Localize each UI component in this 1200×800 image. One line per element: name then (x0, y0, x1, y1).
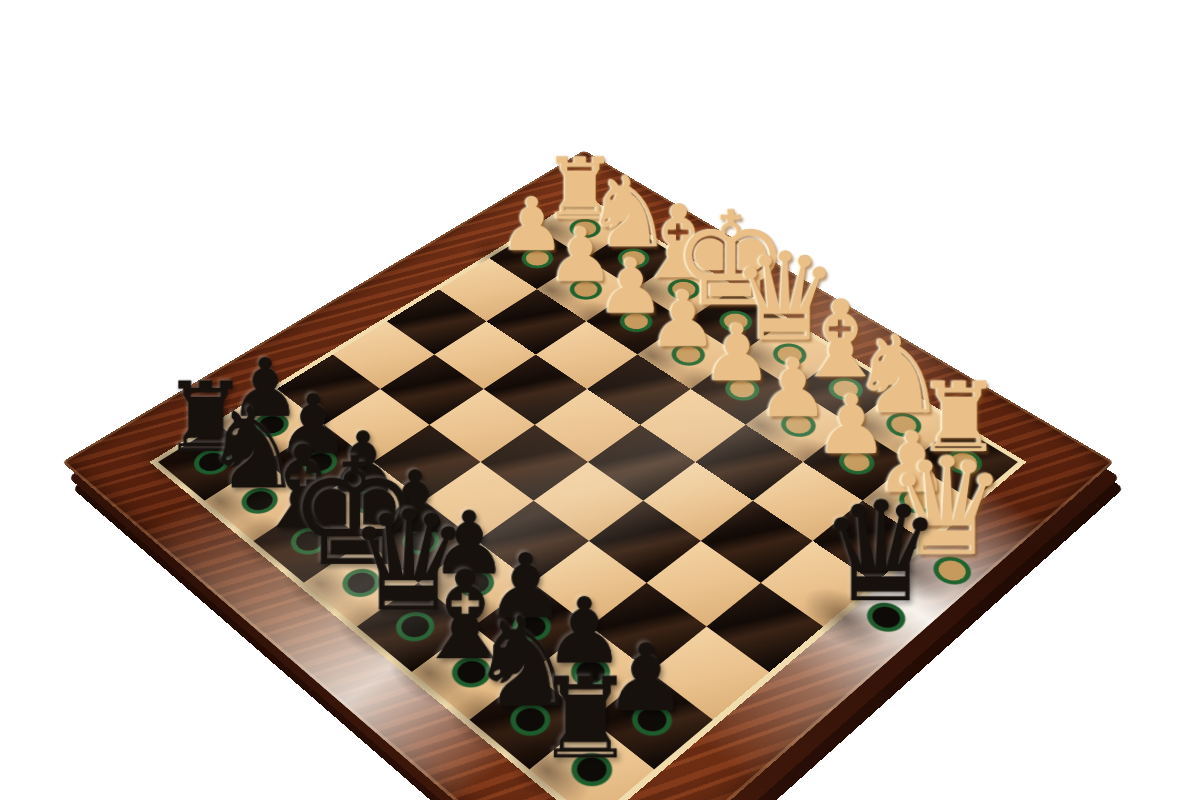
felt-base-pad (556, 211, 613, 247)
chess-board: ♜♞♝♚♛♝♞♜♟♟♟♟♟♟♟♟♟♟♟♟♟♟♟♟♜♞♝♚♛♝♞♜ ♛ ♛ (62, 150, 1114, 800)
felt-base-pad (336, 477, 402, 525)
piece-shadow (121, 426, 225, 502)
squares-grid: ♜♞♝♚♛♝♞♜♟♟♟♟♟♟♟♟♟♟♟♟♟♟♟♟♜♞♝♚♛♝♞♜ (158, 200, 1018, 800)
square-a2: ♟ (863, 462, 973, 541)
felt-base-pad (657, 334, 718, 375)
white-rook: ♜ (510, 147, 651, 232)
felt-base-pad (918, 545, 987, 596)
felt-base-pad (706, 302, 766, 342)
felt-base-pad (239, 403, 303, 447)
felt-base-pad (387, 516, 455, 566)
felt-base-pad (932, 439, 997, 485)
felt-base-pad (814, 368, 877, 411)
felt-base-pad (556, 270, 615, 308)
felt-base-pad (508, 240, 566, 277)
felt-base-pad (179, 439, 244, 485)
felt-base-pad (493, 691, 567, 750)
piece-shadow (486, 721, 610, 800)
felt-base-pad (380, 600, 451, 654)
felt-base-pad (711, 368, 774, 411)
felt-base-pad (606, 302, 666, 342)
felt-base-pad (435, 644, 507, 700)
white-rook: ♜ (879, 370, 1039, 466)
felt-base-pad (226, 477, 292, 525)
felt-base-pad (554, 739, 629, 800)
felt-base-pad (441, 557, 510, 609)
felt-base-pad (759, 334, 820, 375)
felt-base-pad (555, 644, 627, 700)
chessboard-scene: ♜♞♝♚♛♝♞♜♟♟♟♟♟♟♟♟♟♟♟♟♟♟♟♟♜♞♝♚♛♝♞♜ ♛ ♛ (0, 0, 1200, 800)
felt-base-pad (654, 270, 713, 308)
felt-base-pad (276, 516, 344, 566)
playing-area-border: ♜♞♝♚♛♝♞♜♟♟♟♟♟♟♟♟♟♟♟♟♟♟♟♟♜♞♝♚♛♝♞♜ (150, 195, 1027, 800)
felt-base-pad (604, 240, 662, 277)
square-b8: ♞ (469, 672, 591, 769)
felt-base-pad (851, 591, 921, 645)
felt-base-pad (496, 600, 567, 654)
felt-base-pad (327, 557, 396, 609)
felt-base-pad (287, 439, 352, 485)
felt-base-pad (884, 477, 950, 525)
photo-canvas: ♜♞♝♚♛♝♞♜♟♟♟♟♟♟♟♟♟♟♟♟♟♟♟♟♜♞♝♚♛♝♞♜ ♛ ♛ (0, 0, 1200, 800)
felt-base-pad (872, 403, 936, 447)
felt-base-pad (766, 403, 830, 447)
square-h6 (277, 355, 380, 425)
felt-base-pad (824, 439, 889, 485)
felt-base-pad (615, 691, 689, 750)
